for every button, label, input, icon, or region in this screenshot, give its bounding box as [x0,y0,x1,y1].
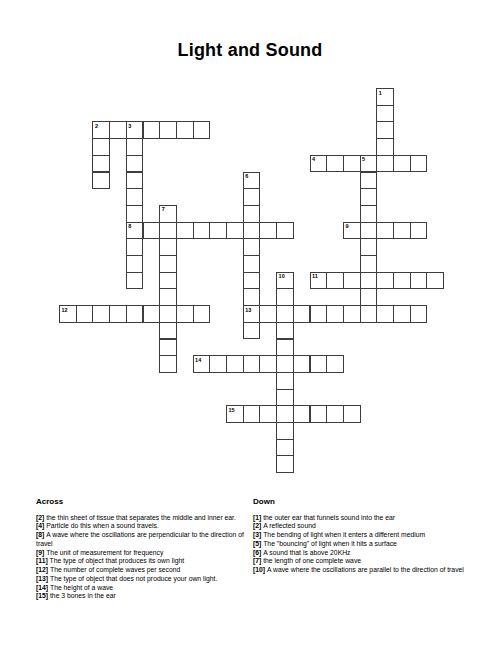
grid-cell-r2c3[interactable] [109,121,127,139]
clue-text: The bending of light when it enters a di… [263,531,425,538]
grid-cell-r4c2[interactable] [92,155,110,173]
grid-cell-r13c13[interactable] [276,305,294,323]
cell-number: 11 [312,273,318,279]
grid-cell-r11c18[interactable] [360,272,378,290]
grid-cell-r13c2[interactable] [92,305,110,323]
cell-number: 6 [245,173,248,179]
clue-down-2: [2] A reflected sound [253,522,473,531]
grid-cell-r2c8[interactable] [193,121,211,139]
clue-text: A sound that is above 20KHz [263,549,350,556]
grid-cell-r8c8[interactable] [193,222,211,240]
clue-text: The type of object that produces its own… [50,557,185,564]
grid-cell-r7c6[interactable]: 7 [159,205,177,223]
grid-cell-r2c4[interactable]: 3 [126,121,144,139]
grid-cell-r22c13[interactable] [276,455,294,473]
grid-cell-r4c15[interactable]: 4 [310,155,328,173]
grid-cell-r8c13[interactable] [276,222,294,240]
grid-cell-r9c18[interactable] [360,238,378,256]
grid-cell-r6c4[interactable] [126,188,144,206]
clue-across-15: [15] the 3 bones in the ear [36,592,249,601]
grid-cell-r15c13[interactable] [276,339,294,357]
grid-cell-r8c11[interactable] [243,222,261,240]
grid-cell-r4c4[interactable] [126,155,144,173]
cell-number: 7 [162,206,165,212]
grid-cell-r7c18[interactable] [360,205,378,223]
grid-cell-r14c11[interactable] [243,322,261,340]
grid-cell-r12c13[interactable] [276,288,294,306]
grid-cell-r19c14[interactable] [293,405,311,423]
clue-number: [15] [36,592,50,599]
grid-cell-r14c6[interactable] [159,322,177,340]
grid-cell-r13c11[interactable]: 13 [243,305,261,323]
grid-cell-r11c4[interactable] [126,272,144,290]
grid-cell-r9c6[interactable] [159,238,177,256]
grid-cell-r8c10[interactable] [226,222,244,240]
grid-cell-r5c4[interactable] [126,172,144,190]
grid-cell-r16c9[interactable] [209,355,227,373]
grid-cell-r18c13[interactable] [276,389,294,407]
grid-cell-r1c19[interactable] [376,105,394,123]
grid-cell-r16c11[interactable] [243,355,261,373]
grid-cell-r11c6[interactable] [159,272,177,290]
grid-cell-r6c11[interactable] [243,188,261,206]
grid-cell-r8c5[interactable] [143,222,161,240]
clue-down-7: [7] the length of one complete wave [253,557,473,566]
clue-text: The type of object that does not produce… [50,575,217,582]
cell-number: 8 [128,223,131,229]
grid-cell-r16c16[interactable] [326,355,344,373]
clue-across-8: [8] A wave where the oscillations are pe… [36,531,249,549]
grid-cell-r19c15[interactable] [310,405,328,423]
grid-cell-r6c18[interactable] [360,188,378,206]
clue-text: A reflected sound [263,522,316,529]
grid-cell-r20c13[interactable] [276,422,294,440]
clue-down-1: [1] the outer ear that funnels sound int… [253,514,473,523]
clue-across-12: [12] The number of complete waves per se… [36,566,249,575]
down-clues-list: [1] the outer ear that funnels sound int… [253,514,473,575]
grid-cell-r16c13[interactable] [276,355,294,373]
grid-cell-r13c3[interactable] [109,305,127,323]
across-clues-section: Across [2] the thin sheet of tissue that… [36,497,249,601]
grid-cell-r2c2[interactable]: 2 [92,121,110,139]
across-clues-list: [2] the thin sheet of tissue that separa… [36,514,249,602]
grid-cell-r13c7[interactable] [176,305,194,323]
grid-cell-r13c12[interactable] [259,305,277,323]
grid-cell-r11c17[interactable] [343,272,361,290]
grid-cell-r10c6[interactable] [159,255,177,273]
clue-number: [14] [36,584,50,591]
clue-text: the thin sheet of tissue that separates … [46,514,236,521]
clue-text: A wave where the oscillations are parall… [267,566,464,573]
grid-cell-r8c12[interactable] [259,222,277,240]
grid-cell-r8c18[interactable] [360,222,378,240]
grid-cell-r21c13[interactable] [276,439,294,457]
cell-number: 9 [345,223,348,229]
grid-cell-r13c18[interactable] [360,305,378,323]
grid-cell-r13c4[interactable] [126,305,144,323]
grid-cell-r4c18[interactable]: 5 [360,155,378,173]
clue-text: The unit of measurement for frequency [46,549,163,556]
grid-cell-r13c0[interactable]: 12 [59,305,77,323]
grid-cell-r16c6[interactable] [159,355,177,373]
grid-cell-r4c20[interactable] [393,155,411,173]
grid-cell-r8c6[interactable] [159,222,177,240]
grid-cell-r11c11[interactable] [243,272,261,290]
grid-cell-r17c13[interactable] [276,372,294,390]
clue-across-9: [9] The unit of measurement for frequenc… [36,549,249,558]
grid-cell-r2c7[interactable] [176,121,194,139]
grid-cell-r8c4[interactable]: 8 [126,222,144,240]
grid-cell-r13c19[interactable] [376,305,394,323]
clue-number: [1] [253,514,263,521]
grid-cell-r4c17[interactable] [343,155,361,173]
cell-number: 15 [229,407,235,413]
grid-cell-r13c5[interactable] [143,305,161,323]
grid-cell-r8c19[interactable] [376,222,394,240]
cell-number: 1 [379,90,382,96]
grid-cell-r11c15[interactable]: 11 [310,272,328,290]
grid-cell-r3c19[interactable] [376,138,394,156]
grid-cell-r11c21[interactable] [410,272,428,290]
grid-cell-r10c11[interactable] [243,255,261,273]
grid-cell-r12c11[interactable] [243,288,261,306]
grid-cell-r9c4[interactable] [126,238,144,256]
clue-text: The "bouncing" of light when it hits a s… [263,540,397,547]
grid-cell-r5c18[interactable] [360,172,378,190]
grid-cell-r8c17[interactable]: 9 [343,222,361,240]
grid-cell-r2c19[interactable] [376,121,394,139]
clue-text: Particle do this when a sound travels. [46,522,159,529]
clue-across-13: [13] The type of object that does not pr… [36,575,249,584]
grid-cell-r11c22[interactable] [426,272,444,290]
clue-number: [2] [36,514,46,521]
grid-cell-r8c9[interactable] [209,222,227,240]
grid-cell-r11c20[interactable] [393,272,411,290]
grid-cell-r9c11[interactable] [243,238,261,256]
grid-cell-r13c21[interactable] [410,305,428,323]
grid-cell-r10c4[interactable] [126,255,144,273]
grid-cell-r19c12[interactable] [259,405,277,423]
grid-cell-r0c19[interactable]: 1 [376,88,394,106]
grid-cell-r4c21[interactable] [410,155,428,173]
cell-number: 4 [312,156,315,162]
grid-cell-r16c8[interactable]: 14 [193,355,211,373]
grid-cell-r3c4[interactable] [126,138,144,156]
grid-cell-r13c16[interactable] [326,305,344,323]
cell-number: 2 [95,123,98,129]
grid-cell-r11c16[interactable] [326,272,344,290]
clue-number: [8] [36,531,46,538]
cell-number: 14 [195,357,201,363]
grid-cell-r5c2[interactable] [92,172,110,190]
grid-cell-r14c13[interactable] [276,322,294,340]
grid-cell-r10c18[interactable] [360,255,378,273]
grid-cell-r13c15[interactable] [310,305,328,323]
grid-cell-r15c6[interactable] [159,339,177,357]
grid-cell-r2c6[interactable] [159,121,177,139]
grid-cell-r19c16[interactable] [326,405,344,423]
crossword-grid: 123456789101112131415 [59,88,445,474]
clue-text: A wave where the oscillations are perpen… [36,531,244,547]
cell-number: 10 [279,273,285,279]
clue-across-2: [2] the thin sheet of tissue that separa… [36,514,249,523]
clue-number: [2] [253,522,263,529]
grid-cell-r7c4[interactable] [126,205,144,223]
grid-cell-r19c11[interactable] [243,405,261,423]
clue-number: [13] [36,575,50,582]
down-clues-section: Down [1] the outer ear that funnels soun… [253,497,473,575]
clue-number: [12] [36,566,50,573]
cell-number: 12 [62,307,68,313]
clue-text: The height of a wave [50,584,113,591]
cell-number: 5 [362,156,365,162]
grid-cell-r13c14[interactable] [293,305,311,323]
clue-across-11: [11] The type of object that produces it… [36,557,249,566]
clue-text: the 3 bones in the ear [50,592,116,599]
clue-number: [6] [253,549,263,556]
grid-cell-r16c10[interactable] [226,355,244,373]
clue-down-5: [5] The "bouncing" of light when it hits… [253,540,473,549]
grid-cell-r3c2[interactable] [92,138,110,156]
clue-number: [3] [253,531,263,538]
clue-down-6: [6] A sound that is above 20KHz [253,549,473,558]
grid-cell-r5c11[interactable]: 6 [243,172,261,190]
clue-down-10: [10] A wave where the oscillations are p… [253,566,473,575]
cell-number: 3 [128,123,131,129]
grid-cell-r8c20[interactable] [393,222,411,240]
across-heading: Across [36,497,249,506]
clue-number: [4] [36,522,46,529]
grid-cell-r7c11[interactable] [243,205,261,223]
grid-cell-r19c17[interactable] [343,405,361,423]
clue-number: [11] [36,557,50,564]
grid-cell-r16c15[interactable] [310,355,328,373]
grid-cell-r8c21[interactable] [410,222,428,240]
clue-number: [7] [253,557,263,564]
clue-number: [5] [253,540,263,547]
grid-cell-r12c18[interactable] [360,288,378,306]
grid-cell-r4c16[interactable] [326,155,344,173]
grid-cell-r13c17[interactable] [343,305,361,323]
grid-cell-r12c6[interactable] [159,288,177,306]
clue-number: [9] [36,549,46,556]
clue-text: the outer ear that funnels sound into th… [263,514,395,521]
grid-cell-r4c19[interactable] [376,155,394,173]
clue-text: The number of complete waves per second [50,566,180,573]
grid-cell-r16c14[interactable] [293,355,311,373]
clue-across-4: [4] Particle do this when a sound travel… [36,522,249,531]
grid-cell-r13c8[interactable] [193,305,211,323]
grid-cell-r16c12[interactable] [259,355,277,373]
puzzle-title: Light and Sound [0,40,500,61]
grid-cell-r13c1[interactable] [76,305,94,323]
grid-cell-r11c13[interactable]: 10 [276,272,294,290]
grid-cell-r19c13[interactable] [276,405,294,423]
clue-number: [10] [253,566,267,573]
clue-across-14: [14] The height of a wave [36,584,249,593]
grid-cell-r13c6[interactable] [159,305,177,323]
clue-down-3: [3] The bending of light when it enters … [253,531,473,540]
down-heading: Down [253,497,473,506]
cell-number: 13 [245,307,251,313]
clue-text: the length of one complete wave [263,557,361,564]
grid-cell-r2c5[interactable] [143,121,161,139]
grid-cell-r19c10[interactable]: 15 [226,405,244,423]
grid-cell-r11c19[interactable] [376,272,394,290]
grid-cell-r13c20[interactable] [393,305,411,323]
grid-cell-r8c7[interactable] [176,222,194,240]
